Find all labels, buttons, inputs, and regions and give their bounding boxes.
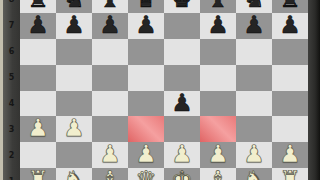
square-d3[interactable] — [128, 116, 164, 142]
square-d2[interactable]: ♟ — [128, 142, 164, 168]
piece-black-pawn: ♟ — [200, 13, 236, 39]
square-h6[interactable] — [272, 39, 308, 65]
piece-white-pawn: ♟ — [56, 116, 92, 142]
square-d1[interactable]: ♛ — [128, 168, 164, 180]
square-c1[interactable]: ♝ — [92, 168, 128, 180]
square-a6[interactable] — [20, 39, 56, 65]
piece-white-king: ♚ — [164, 168, 200, 180]
piece-black-pawn: ♟ — [272, 13, 308, 39]
piece-white-bishop: ♝ — [92, 168, 128, 180]
chess-gui-screenshot: ♜♞♝♛♚♝♞♜♟♟♟♟♟♟♟♟♟♟♟♟♟♟♟♟♜♞♝♛♚♝♞♜ 8765432… — [0, 0, 320, 180]
square-e8[interactable]: ♚ — [164, 0, 200, 13]
square-e2[interactable]: ♟ — [164, 142, 200, 168]
square-b7[interactable]: ♟ — [56, 13, 92, 39]
square-c4[interactable] — [92, 91, 128, 117]
rank-coordinate-strip: 87654321 — [3, 0, 20, 180]
square-f3[interactable] — [200, 116, 236, 142]
piece-white-rook: ♜ — [272, 168, 308, 180]
piece-white-bishop: ♝ — [200, 168, 236, 180]
square-f1[interactable]: ♝ — [200, 168, 236, 180]
square-c6[interactable] — [92, 39, 128, 65]
square-g5[interactable] — [236, 65, 272, 91]
square-h4[interactable] — [272, 91, 308, 117]
square-f6[interactable] — [200, 39, 236, 65]
chess-board: ♜♞♝♛♚♝♞♜♟♟♟♟♟♟♟♟♟♟♟♟♟♟♟♟♜♞♝♛♚♝♞♜ — [20, 0, 308, 180]
square-h7[interactable]: ♟ — [272, 13, 308, 39]
rank-label-7: 7 — [3, 13, 20, 39]
piece-white-pawn: ♟ — [236, 142, 272, 168]
frame-right-edge — [308, 0, 320, 180]
square-g4[interactable] — [236, 91, 272, 117]
square-a7[interactable]: ♟ — [20, 13, 56, 39]
rank-label-2: 2 — [3, 142, 20, 168]
piece-white-pawn: ♟ — [200, 142, 236, 168]
piece-white-pawn: ♟ — [272, 142, 308, 168]
piece-black-pawn: ♟ — [56, 13, 92, 39]
square-b1[interactable]: ♞ — [56, 168, 92, 180]
square-b3[interactable]: ♟ — [56, 116, 92, 142]
square-a2[interactable] — [20, 142, 56, 168]
rank-label-3: 3 — [3, 116, 20, 142]
square-f5[interactable] — [200, 65, 236, 91]
square-d4[interactable] — [128, 91, 164, 117]
square-f4[interactable] — [200, 91, 236, 117]
square-f7[interactable]: ♟ — [200, 13, 236, 39]
piece-white-pawn: ♟ — [20, 116, 56, 142]
square-d6[interactable] — [128, 39, 164, 65]
square-e7[interactable] — [164, 13, 200, 39]
piece-white-rook: ♜ — [20, 168, 56, 180]
piece-white-pawn: ♟ — [92, 142, 128, 168]
square-b5[interactable] — [56, 65, 92, 91]
piece-black-pawn: ♟ — [164, 91, 200, 117]
square-e1[interactable]: ♚ — [164, 168, 200, 180]
square-h3[interactable] — [272, 116, 308, 142]
square-h1[interactable]: ♜ — [272, 168, 308, 180]
rank-label-5: 5 — [3, 65, 20, 91]
square-g7[interactable]: ♟ — [236, 13, 272, 39]
piece-black-pawn: ♟ — [236, 13, 272, 39]
square-g2[interactable]: ♟ — [236, 142, 272, 168]
piece-black-king: ♚ — [164, 0, 200, 13]
piece-black-pawn: ♟ — [20, 13, 56, 39]
square-d5[interactable] — [128, 65, 164, 91]
piece-white-pawn: ♟ — [164, 142, 200, 168]
square-b2[interactable] — [56, 142, 92, 168]
square-a4[interactable] — [20, 91, 56, 117]
square-g3[interactable] — [236, 116, 272, 142]
square-c3[interactable] — [92, 116, 128, 142]
square-g1[interactable]: ♞ — [236, 168, 272, 180]
square-g6[interactable] — [236, 39, 272, 65]
square-h5[interactable] — [272, 65, 308, 91]
rank-label-4: 4 — [3, 91, 20, 117]
square-c7[interactable]: ♟ — [92, 13, 128, 39]
piece-white-knight: ♞ — [56, 168, 92, 180]
square-e4[interactable]: ♟ — [164, 91, 200, 117]
square-c2[interactable]: ♟ — [92, 142, 128, 168]
piece-white-pawn: ♟ — [128, 142, 164, 168]
square-a5[interactable] — [20, 65, 56, 91]
square-f2[interactable]: ♟ — [200, 142, 236, 168]
square-b6[interactable] — [56, 39, 92, 65]
rank-label-1: 1 — [3, 168, 20, 180]
rank-label-6: 6 — [3, 39, 20, 65]
square-b4[interactable] — [56, 91, 92, 117]
square-e3[interactable] — [164, 116, 200, 142]
square-h2[interactable]: ♟ — [272, 142, 308, 168]
square-c5[interactable] — [92, 65, 128, 91]
piece-black-pawn: ♟ — [128, 13, 164, 39]
piece-black-pawn: ♟ — [92, 13, 128, 39]
square-e5[interactable] — [164, 65, 200, 91]
square-d7[interactable]: ♟ — [128, 13, 164, 39]
square-a3[interactable]: ♟ — [20, 116, 56, 142]
square-e6[interactable] — [164, 39, 200, 65]
piece-white-queen: ♛ — [128, 168, 164, 180]
rank-label-8: 8 — [3, 0, 20, 13]
piece-white-knight: ♞ — [236, 168, 272, 180]
square-a1[interactable]: ♜ — [20, 168, 56, 180]
